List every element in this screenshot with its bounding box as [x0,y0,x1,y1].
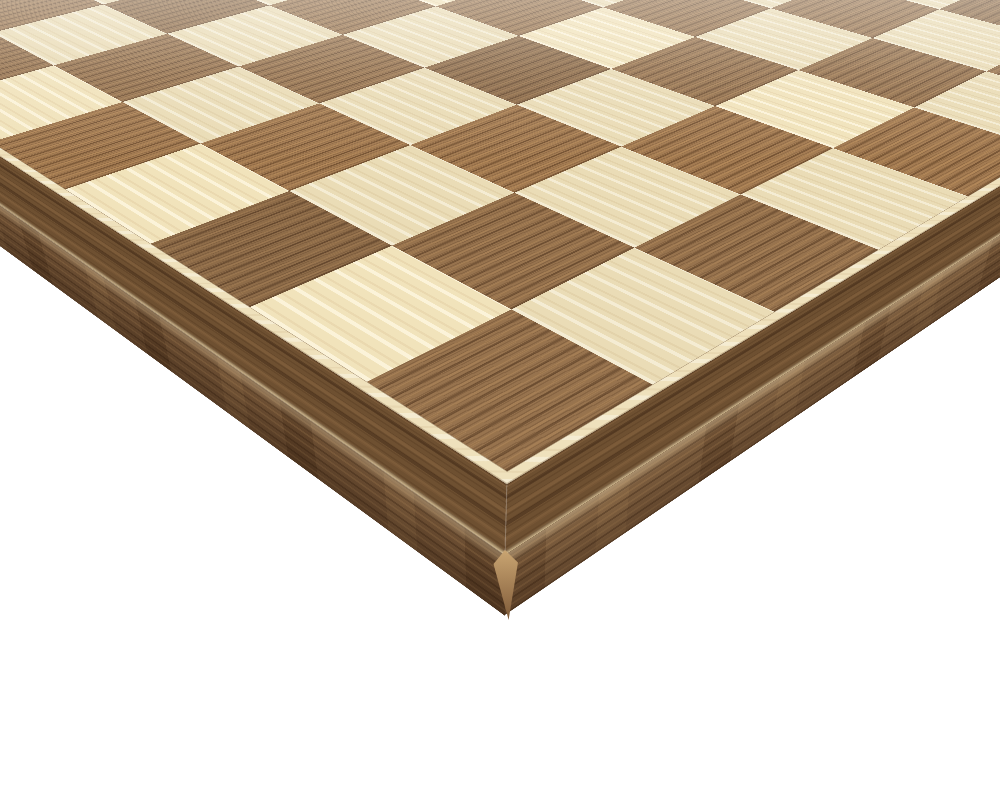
playing-area [0,0,1000,471]
maple-inlay-border [0,0,1000,484]
chessboard [0,0,1000,555]
product-photo [0,0,1000,800]
